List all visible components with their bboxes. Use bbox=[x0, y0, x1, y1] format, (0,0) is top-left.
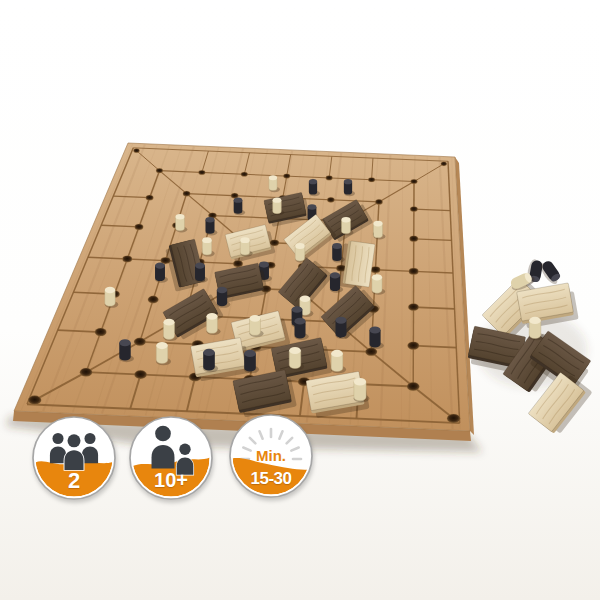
hole bbox=[183, 191, 190, 196]
hole bbox=[198, 170, 205, 175]
peg-top bbox=[289, 347, 301, 354]
peg-top bbox=[176, 214, 185, 220]
peg-top bbox=[344, 179, 352, 184]
peg-top bbox=[308, 204, 317, 209]
hole bbox=[95, 328, 107, 336]
peg-top bbox=[163, 319, 174, 326]
hole bbox=[134, 149, 140, 153]
peg-top bbox=[354, 378, 366, 386]
peg-top bbox=[240, 237, 249, 243]
peg-top bbox=[369, 327, 380, 334]
hole bbox=[231, 193, 238, 198]
hole bbox=[409, 268, 419, 275]
peg-top bbox=[292, 306, 303, 313]
hole bbox=[409, 236, 418, 242]
peg-top bbox=[335, 317, 346, 324]
peg-top bbox=[294, 318, 305, 325]
peg-top bbox=[269, 175, 277, 180]
hole bbox=[410, 206, 418, 211]
peg-top bbox=[205, 217, 214, 223]
loose-pieces bbox=[467, 258, 595, 436]
peg-top bbox=[529, 317, 541, 324]
hole bbox=[80, 368, 92, 377]
peg-top bbox=[372, 274, 382, 280]
hole bbox=[134, 338, 146, 346]
peg-top bbox=[156, 342, 168, 349]
peg-top bbox=[202, 237, 211, 243]
hole bbox=[134, 370, 146, 379]
hole bbox=[408, 303, 419, 310]
hole bbox=[146, 195, 154, 200]
peg-top bbox=[330, 272, 340, 278]
peg-top bbox=[332, 243, 342, 249]
hole bbox=[156, 168, 163, 173]
board-scene bbox=[0, 0, 600, 600]
peg-top bbox=[234, 198, 243, 203]
peg-top bbox=[250, 315, 261, 322]
peg-top bbox=[203, 349, 215, 356]
hole bbox=[407, 382, 419, 391]
hole bbox=[327, 197, 334, 202]
peg-top bbox=[331, 350, 343, 357]
hole bbox=[148, 296, 159, 303]
hole bbox=[447, 414, 460, 423]
peg-top bbox=[273, 198, 282, 203]
hole bbox=[375, 199, 382, 204]
hole bbox=[441, 162, 447, 166]
peg-top bbox=[155, 263, 165, 269]
duration-unit-label: Min. bbox=[229, 447, 313, 464]
hole bbox=[28, 396, 41, 405]
age-badge: 10+ bbox=[129, 416, 213, 500]
peg-top bbox=[300, 296, 311, 303]
duration-badge: Min. 15-30 bbox=[229, 414, 313, 498]
peg-top bbox=[195, 263, 205, 269]
peg-top bbox=[207, 313, 218, 320]
peg-top bbox=[259, 262, 269, 268]
peg-top bbox=[244, 350, 256, 357]
peg-top bbox=[309, 179, 317, 184]
hole bbox=[241, 172, 248, 177]
age-recommendation: 10+ bbox=[129, 469, 213, 492]
hole bbox=[408, 342, 420, 350]
groove-line bbox=[413, 182, 414, 387]
peg-top bbox=[295, 243, 305, 249]
hole bbox=[411, 179, 418, 184]
product-photo: 2 10+ bbox=[0, 0, 600, 600]
peg-top bbox=[341, 217, 350, 223]
peg-top bbox=[373, 221, 382, 227]
hole bbox=[326, 176, 333, 181]
players-count: 2 bbox=[32, 468, 116, 494]
hole bbox=[368, 177, 375, 182]
players-badge: 2 bbox=[32, 416, 116, 500]
hole bbox=[122, 256, 132, 263]
black-peg-lying bbox=[538, 259, 563, 287]
peg-top bbox=[119, 339, 130, 346]
hole bbox=[135, 224, 144, 230]
peg-top bbox=[217, 287, 227, 293]
maple-tile bbox=[338, 240, 375, 290]
duration-range: 15-30 bbox=[229, 469, 313, 489]
hole bbox=[283, 174, 290, 179]
peg-top bbox=[105, 287, 115, 293]
